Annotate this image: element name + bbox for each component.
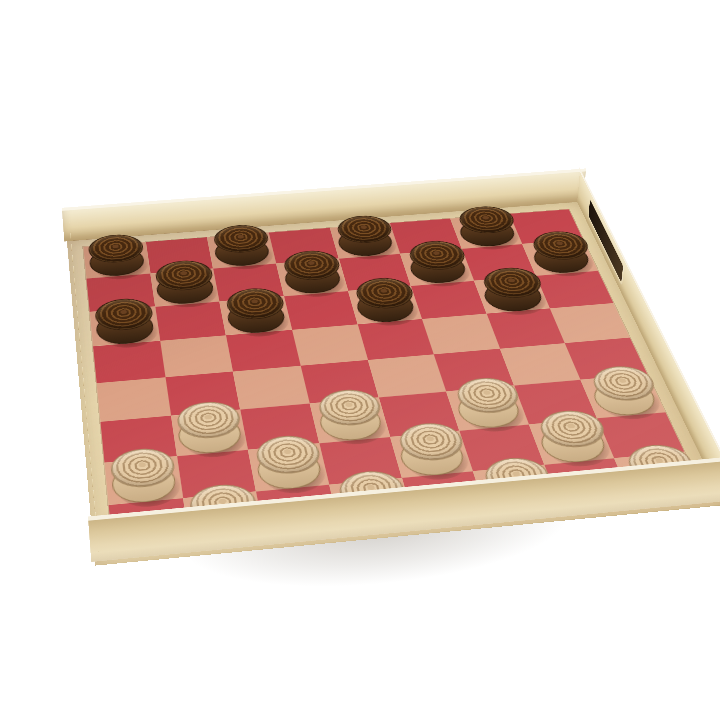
square-r3c4[interactable] xyxy=(284,291,357,330)
square-r7c1[interactable] xyxy=(104,456,182,505)
square-r3c1[interactable] xyxy=(90,306,160,346)
square-r5c7[interactable] xyxy=(500,343,581,385)
square-r1c1[interactable] xyxy=(83,242,150,278)
square-r7c5[interactable] xyxy=(390,430,474,478)
square-r2c6[interactable] xyxy=(400,249,474,286)
square-r3c2[interactable] xyxy=(155,301,226,341)
checker-light[interactable] xyxy=(452,376,523,415)
square-r6c6[interactable] xyxy=(446,385,528,430)
square-r3c3[interactable] xyxy=(220,296,292,336)
square-r6c4[interactable] xyxy=(310,397,390,443)
checkers-tray xyxy=(67,200,720,566)
scene xyxy=(0,0,720,720)
square-r3c8[interactable] xyxy=(536,270,614,308)
square-r5c1[interactable] xyxy=(97,377,171,421)
square-r5c3[interactable] xyxy=(233,366,309,410)
square-r2c8[interactable] xyxy=(523,239,598,275)
square-r4c1[interactable] xyxy=(93,341,165,383)
square-r1c7[interactable] xyxy=(450,214,523,249)
square-r3c6[interactable] xyxy=(411,280,487,319)
square-r6c8[interactable] xyxy=(581,374,666,418)
square-r4c5[interactable] xyxy=(357,319,434,360)
square-r3c7[interactable] xyxy=(474,275,551,313)
square-r7c3[interactable] xyxy=(248,443,329,492)
square-r3c5[interactable] xyxy=(348,286,423,325)
square-r2c4[interactable] xyxy=(276,258,348,295)
square-r6c2[interactable] xyxy=(171,409,248,455)
square-r2c2[interactable] xyxy=(150,268,220,306)
square-r1c3[interactable] xyxy=(207,232,276,268)
square-r4c2[interactable] xyxy=(160,335,233,377)
square-r4c4[interactable] xyxy=(292,324,368,365)
square-r5c5[interactable] xyxy=(368,354,447,397)
square-r4c8[interactable] xyxy=(550,303,630,343)
square-r4c3[interactable] xyxy=(226,330,300,372)
square-r1c5[interactable] xyxy=(329,223,400,258)
square-r7c7[interactable] xyxy=(529,418,615,465)
